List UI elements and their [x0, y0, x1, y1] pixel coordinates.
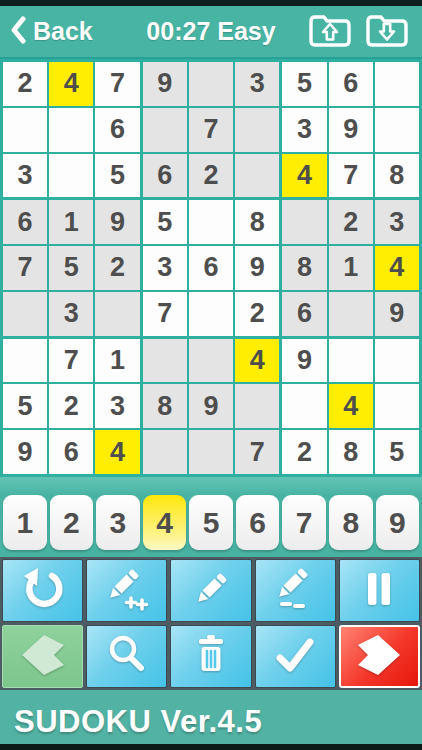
cell-r7c8[interactable]	[329, 339, 373, 383]
cell-r3c7[interactable]: 4	[282, 154, 326, 198]
cell-r1c1[interactable]: 2	[3, 62, 47, 106]
toolbar	[0, 557, 422, 690]
cell-r4c6[interactable]: 8	[235, 200, 279, 244]
cell-r5c5[interactable]: 6	[189, 246, 233, 290]
cell-r4c3[interactable]: 9	[95, 200, 139, 244]
cell-r1c4[interactable]: 9	[143, 62, 187, 106]
nav-bar: Back 00:27 Easy	[0, 6, 422, 57]
cell-r9c1[interactable]: 9	[3, 430, 47, 474]
box-6: 71523964	[3, 339, 140, 474]
cell-r5c4[interactable]: 3	[143, 246, 187, 290]
pencil-add-button[interactable]	[86, 559, 167, 622]
magnifier-icon	[104, 632, 150, 682]
numkey-4[interactable]: 4	[143, 495, 187, 550]
cell-r7c7[interactable]: 9	[282, 339, 326, 383]
delete-button[interactable]	[170, 625, 251, 688]
cell-r5c3[interactable]: 2	[95, 246, 139, 290]
pencil-remove-button[interactable]	[255, 559, 336, 622]
cell-r9c5[interactable]	[189, 430, 233, 474]
cell-r3c9[interactable]: 8	[375, 154, 419, 198]
cell-r8c6[interactable]	[235, 384, 279, 428]
arrow-left-icon	[18, 633, 68, 681]
cell-r5c6[interactable]: 9	[235, 246, 279, 290]
cell-r9c4[interactable]	[143, 430, 187, 474]
numkey-2[interactable]: 2	[50, 495, 94, 550]
cell-r6c1[interactable]	[3, 292, 47, 336]
board-gap	[0, 477, 422, 495]
pen-button[interactable]	[170, 559, 251, 622]
cell-r8c5[interactable]: 9	[189, 384, 233, 428]
folder-arrow-up-icon	[307, 11, 353, 53]
cell-r5c9[interactable]: 4	[375, 246, 419, 290]
cell-r7c1[interactable]	[3, 339, 47, 383]
arrow-right-icon	[354, 633, 404, 681]
cell-r5c2[interactable]: 5	[49, 246, 93, 290]
cell-r7c4[interactable]	[143, 339, 187, 383]
cell-r9c7[interactable]: 2	[282, 430, 326, 474]
undo-icon	[20, 566, 66, 616]
pencil-icon	[188, 566, 234, 616]
cell-r1c8[interactable]: 6	[329, 62, 373, 106]
pause-icon	[356, 566, 402, 616]
numkey-7[interactable]: 7	[282, 495, 326, 550]
back-chevron-icon	[10, 16, 27, 48]
cell-r8c9[interactable]	[375, 384, 419, 428]
cell-r3c8[interactable]: 7	[329, 154, 373, 198]
cell-r4c5[interactable]	[189, 200, 233, 244]
cell-r1c5[interactable]	[189, 62, 233, 106]
cell-r9c8[interactable]: 8	[329, 430, 373, 474]
box-8: 94285	[282, 339, 419, 474]
cell-r9c3[interactable]: 4	[95, 430, 139, 474]
cell-r4c4[interactable]: 5	[143, 200, 187, 244]
cell-r4c8[interactable]: 2	[329, 200, 373, 244]
cell-r8c7[interactable]	[282, 384, 326, 428]
cell-r7c9[interactable]	[375, 339, 419, 383]
pause-button[interactable]	[339, 559, 420, 622]
cell-r7c6[interactable]: 4	[235, 339, 279, 383]
cell-r3c2[interactable]	[49, 154, 93, 198]
cell-r3c5[interactable]: 2	[189, 154, 233, 198]
cell-r7c3[interactable]: 1	[95, 339, 139, 383]
load-button[interactable]	[364, 12, 410, 52]
check-button[interactable]	[255, 625, 336, 688]
cell-r3c6[interactable]	[235, 154, 279, 198]
cell-r9c2[interactable]: 6	[49, 430, 93, 474]
version-label: SUDOKU Ver.4.5	[14, 704, 262, 740]
save-button[interactable]	[307, 12, 353, 52]
cell-r6c9[interactable]: 9	[375, 292, 419, 336]
sudoku-board: 2476359376256394786197523583697223814697…	[0, 57, 422, 477]
trash-icon	[188, 632, 234, 682]
numkey-6[interactable]: 6	[236, 495, 280, 550]
cell-r4c2[interactable]: 1	[49, 200, 93, 244]
number-pad: 123456789	[0, 495, 422, 553]
cell-r5c7[interactable]: 8	[282, 246, 326, 290]
cell-r4c7[interactable]	[282, 200, 326, 244]
cell-r4c9[interactable]: 3	[375, 200, 419, 244]
folder-arrow-down-icon	[364, 11, 410, 53]
numkey-5[interactable]: 5	[189, 495, 233, 550]
cell-r1c2[interactable]: 4	[49, 62, 93, 106]
box-3: 6197523	[3, 200, 140, 335]
bottom-strip	[0, 744, 422, 750]
box-1: 93762	[143, 62, 280, 197]
cell-r2c9[interactable]	[375, 108, 419, 152]
cell-r1c6[interactable]: 3	[235, 62, 279, 106]
cell-r8c1[interactable]: 5	[3, 384, 47, 428]
cell-r2c2[interactable]	[49, 108, 93, 152]
pencil-plus-icon	[104, 566, 150, 616]
numkey-3[interactable]: 3	[96, 495, 140, 550]
back-label: Back	[33, 17, 93, 46]
cell-r1c3[interactable]: 7	[95, 62, 139, 106]
cell-r5c8[interactable]: 1	[329, 246, 373, 290]
cell-r3c4[interactable]: 6	[143, 154, 187, 198]
cell-r2c6[interactable]	[235, 108, 279, 152]
cell-r6c6[interactable]: 2	[235, 292, 279, 336]
cell-r8c4[interactable]: 8	[143, 384, 187, 428]
checkmark-icon	[272, 632, 318, 682]
cell-r6c7[interactable]: 6	[282, 292, 326, 336]
footer: SUDOKU Ver.4.5	[0, 690, 422, 750]
cell-r2c3[interactable]: 6	[95, 108, 139, 152]
cell-r2c8[interactable]: 9	[329, 108, 373, 152]
pencil-minus-icon	[272, 566, 318, 616]
prev-button[interactable]	[2, 625, 83, 688]
cell-r6c3[interactable]	[95, 292, 139, 336]
cell-r6c4[interactable]: 7	[143, 292, 187, 336]
box-2: 5639478	[282, 62, 419, 197]
cell-r6c2[interactable]: 3	[49, 292, 93, 336]
cell-r9c9[interactable]: 5	[375, 430, 419, 474]
box-4: 5836972	[143, 200, 280, 335]
cell-r5c1[interactable]: 7	[3, 246, 47, 290]
cell-r8c8[interactable]: 4	[329, 384, 373, 428]
numkey-1[interactable]: 1	[3, 495, 47, 550]
box-5: 2381469	[282, 200, 419, 335]
cell-r6c8[interactable]	[329, 292, 373, 336]
cell-r7c5[interactable]	[189, 339, 233, 383]
numkey-9[interactable]: 9	[376, 495, 420, 550]
cell-r3c1[interactable]: 3	[3, 154, 47, 198]
nav-actions	[307, 12, 422, 52]
cell-r6c5[interactable]	[189, 292, 233, 336]
cell-r8c3[interactable]: 3	[95, 384, 139, 428]
cell-r3c3[interactable]: 5	[95, 154, 139, 198]
cell-r2c1[interactable]	[3, 108, 47, 152]
back-button[interactable]: Back	[0, 16, 93, 48]
cell-r2c5[interactable]: 7	[189, 108, 233, 152]
numkey-8[interactable]: 8	[329, 495, 373, 550]
next-button[interactable]	[339, 625, 420, 688]
cell-r7c2[interactable]: 7	[49, 339, 93, 383]
box-0: 247635	[3, 62, 140, 197]
cell-r1c9[interactable]	[375, 62, 419, 106]
cell-r1c7[interactable]: 5	[282, 62, 326, 106]
undo-button[interactable]	[2, 559, 83, 622]
cell-r2c7[interactable]: 3	[282, 108, 326, 152]
cell-r9c6[interactable]: 7	[235, 430, 279, 474]
zoom-button[interactable]	[86, 625, 167, 688]
box-7: 4897	[143, 339, 280, 474]
cell-r8c2[interactable]: 2	[49, 384, 93, 428]
cell-r2c4[interactable]	[143, 108, 187, 152]
cell-r4c1[interactable]: 6	[3, 200, 47, 244]
